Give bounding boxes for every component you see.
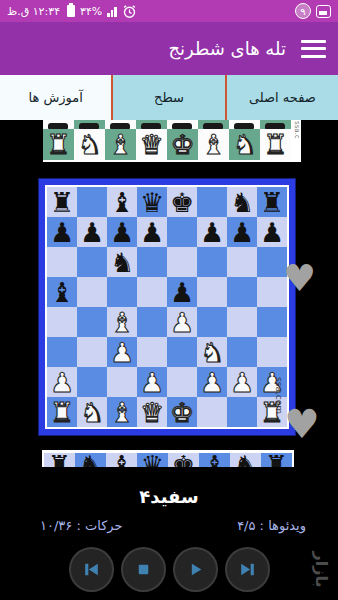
square-d1: ♛ (137, 397, 167, 427)
skip-previous-icon (82, 560, 101, 579)
battery-icon (67, 5, 75, 17)
cut-square (105, 120, 136, 129)
square-e2 (167, 367, 197, 397)
square-a5: ♝ (47, 277, 77, 307)
black-pawn: ♟ (230, 219, 254, 246)
tab-tutorials[interactable]: آموزش ها (0, 75, 113, 120)
battery-percent: ۳۴% (80, 5, 102, 18)
black-pawn: ♟ (170, 279, 194, 306)
white-knight: ♞ (80, 399, 104, 426)
play-button[interactable] (173, 547, 218, 592)
square-d5 (137, 277, 167, 307)
cut-piece-base (110, 123, 130, 129)
square-h8: ♜ (257, 187, 287, 217)
cut-square: ♚ (168, 453, 199, 467)
cut-square (136, 120, 167, 129)
black-knight: ♞ (110, 249, 134, 276)
white-knight: ♞ (200, 339, 224, 366)
black-rook: ♜ (260, 189, 284, 216)
content-area: ♜♞♝♛♚♝♞♜ ssa.c ♥ ♜♝♛♚♞♜♟♟♟♟♟♟♟♞♝♟♝♟♟♞♟♟♟… (0, 120, 338, 600)
square-c5 (107, 277, 137, 307)
square-g7: ♟ (227, 217, 257, 247)
black-knight: ♞ (230, 189, 254, 216)
square-e8: ♚ (167, 187, 197, 217)
white-pawn: ♟ (110, 339, 134, 366)
square-a8: ♜ (47, 187, 77, 217)
square-a6 (47, 247, 77, 277)
cut-square: ♜ (44, 453, 75, 467)
cut-square (43, 120, 74, 129)
video-title: سفید۴ (0, 486, 338, 507)
square-g6 (227, 247, 257, 277)
square-a3 (47, 337, 77, 367)
cut-square: ♜ (261, 453, 292, 467)
square-g4 (227, 307, 257, 337)
cut-piece-base (203, 123, 223, 129)
stop-icon (134, 560, 153, 579)
cut-piece-base (172, 123, 192, 129)
square-g8: ♞ (227, 187, 257, 217)
white-king: ♚ (170, 399, 194, 426)
square-f1 (197, 397, 227, 427)
square-b1: ♞ (77, 397, 107, 427)
square-c4: ♝ (107, 307, 137, 337)
cut-piece-base (265, 123, 285, 129)
cut-square (260, 120, 291, 129)
skip-previous-button[interactable] (69, 547, 114, 592)
black-pawn: ♟ (140, 219, 164, 246)
cut-square: ♝ (106, 453, 137, 467)
square-b6 (77, 247, 107, 277)
square-a7: ♟ (47, 217, 77, 247)
app-screen: ۱۲:۳۴ ق.ظ ۳۴% ۹ تله های شطرنج صفحه اصلیس… (0, 0, 338, 600)
square-g3 (227, 337, 257, 367)
square-e5: ♟ (167, 277, 197, 307)
board-watermark: ssa.com (274, 377, 284, 414)
tab-level[interactable]: سطح (113, 75, 226, 120)
heart-icon[interactable]: ♥ (283, 260, 316, 297)
black-pawn: ♟ (110, 219, 134, 246)
square-f6 (197, 247, 227, 277)
screenshot-icon (316, 5, 331, 18)
skip-next-icon (238, 560, 257, 579)
white-queen: ♛ (140, 399, 164, 426)
cut-square: ♞ (75, 453, 106, 467)
chess-board-grid: ♜♝♛♚♞♜♟♟♟♟♟♟♟♞♝♟♝♟♟♞♟♟♟♟♟♜♞♝♛♚♜ (47, 187, 287, 427)
white-knight: ♞ (232, 131, 256, 158)
black-rook: ♜ (50, 189, 74, 216)
cut-square: ♞ (230, 453, 261, 467)
page-title: تله های شطرنج (168, 38, 286, 59)
status-bar: ۱۲:۳۴ ق.ظ ۳۴% ۹ (0, 0, 338, 22)
square-b4 (77, 307, 107, 337)
black-pawn: ♟ (260, 219, 284, 246)
white-knight: ♞ (77, 131, 101, 158)
alarm-icon (122, 4, 137, 19)
square-b2 (77, 367, 107, 397)
square-a2: ♟ (47, 367, 77, 397)
black-bishop-top: ♝ (106, 453, 137, 467)
square-e1: ♚ (167, 397, 197, 427)
black-rook-top: ♜ (44, 453, 75, 467)
stop-button[interactable] (121, 547, 166, 592)
black-knight-top: ♞ (75, 453, 106, 467)
white-pawn: ♟ (170, 309, 194, 336)
cut-square (167, 120, 198, 129)
black-bishop: ♝ (110, 189, 134, 216)
top-board-watermark: ssa.c (293, 121, 301, 139)
cut-piece-base (79, 123, 99, 129)
square-e7 (167, 217, 197, 247)
signal-icon (107, 6, 117, 17)
square-b7: ♟ (77, 217, 107, 247)
white-rook: ♜ (263, 131, 287, 158)
white-king: ♚ (170, 131, 194, 158)
black-bishop-top: ♝ (199, 453, 230, 467)
square-b8 (77, 187, 107, 217)
cut-piece-base (141, 123, 161, 129)
white-bishop: ♝ (110, 399, 134, 426)
black-knight-top: ♞ (230, 453, 261, 467)
media-controls (0, 547, 338, 592)
skip-next-button[interactable] (225, 547, 270, 592)
next-board-thumbnail[interactable]: ♜♞♝♛♚♝♞♜ (42, 450, 294, 467)
white-rook: ♜ (46, 131, 70, 158)
square-a4 (47, 307, 77, 337)
white-pawn: ♟ (140, 369, 164, 396)
tab-home[interactable]: صفحه اصلی (227, 75, 338, 120)
square-g5 (227, 277, 257, 307)
green-square: ♚ (167, 129, 198, 160)
black-pawn: ♟ (200, 219, 224, 246)
status-right-cluster: ۹ (295, 3, 331, 19)
square-f5 (197, 277, 227, 307)
next-board-cut-rank: ♜♞♝♛♚♝♞♜ (44, 453, 292, 467)
menu-button[interactable] (301, 40, 326, 58)
notification-badge: ۹ (295, 3, 311, 19)
square-d6 (137, 247, 167, 277)
black-rook-top: ♜ (261, 453, 292, 467)
square-f8 (197, 187, 227, 217)
green-square: ♛ (136, 129, 167, 160)
square-c2 (107, 367, 137, 397)
black-pawn: ♟ (50, 219, 74, 246)
square-e3 (167, 337, 197, 367)
square-a1: ♜ (47, 397, 77, 427)
moves-count: حرکات : ۱۰/۳۶ (40, 518, 123, 533)
square-f3: ♞ (197, 337, 227, 367)
black-king-top: ♚ (168, 453, 199, 467)
white-bishop: ♝ (110, 309, 134, 336)
cut-square (198, 120, 229, 129)
tab-bar: صفحه اصلیسطحآموزش ها (0, 75, 338, 120)
black-pawn: ♟ (80, 219, 104, 246)
previous-board-thumbnail[interactable]: ♜♞♝♛♚♝♞♜ ssa.c (43, 120, 301, 162)
videos-count: ویدئوها : ۴/۵ (237, 518, 306, 533)
cut-square: ♛ (137, 453, 168, 467)
square-b3 (77, 337, 107, 367)
cut-piece-base (48, 123, 68, 129)
top-board-cut-row (43, 120, 291, 129)
white-rook: ♜ (50, 399, 74, 426)
play-icon (186, 560, 205, 579)
square-f4 (197, 307, 227, 337)
square-c1: ♝ (107, 397, 137, 427)
clock-time: ۱۲:۳۴ ق.ظ (7, 5, 60, 18)
cut-square (229, 120, 260, 129)
square-h7: ♟ (257, 217, 287, 247)
top-board-back-rank: ♜♞♝♛♚♝♞♜ (43, 129, 291, 160)
green-square: ♜ (43, 129, 74, 160)
cut-square (74, 120, 105, 129)
green-square: ♞ (74, 129, 105, 160)
square-c6: ♞ (107, 247, 137, 277)
square-c7: ♟ (107, 217, 137, 247)
square-f2: ♟ (197, 367, 227, 397)
square-c8: ♝ (107, 187, 137, 217)
white-queen: ♛ (139, 131, 163, 158)
square-d3 (137, 337, 167, 367)
white-bishop: ♝ (201, 131, 225, 158)
square-d8: ♛ (137, 187, 167, 217)
square-d7: ♟ (137, 217, 167, 247)
black-bishop: ♝ (50, 279, 74, 306)
white-pawn: ♟ (50, 369, 74, 396)
app-bar: تله های شطرنج (0, 22, 338, 75)
black-king: ♚ (170, 189, 194, 216)
white-bishop: ♝ (108, 131, 132, 158)
square-d4 (137, 307, 167, 337)
square-f7: ♟ (197, 217, 227, 247)
square-e4: ♟ (167, 307, 197, 337)
video-stats: حرکات : ۱۰/۳۶ ویدئوها : ۴/۵ (0, 518, 338, 533)
main-board[interactable]: ♜♝♛♚♞♜♟♟♟♟♟♟♟♞♝♟♝♟♟♞♟♟♟♟♟♜♞♝♛♚♜ ssa.com (39, 179, 295, 435)
black-queen-top: ♛ (137, 453, 168, 467)
square-e6 (167, 247, 197, 277)
square-h4 (257, 307, 287, 337)
green-square: ♝ (198, 129, 229, 160)
square-h3 (257, 337, 287, 367)
cut-square: ♝ (199, 453, 230, 467)
green-square: ♞ (229, 129, 260, 160)
black-queen: ♛ (140, 189, 164, 216)
square-g1 (227, 397, 257, 427)
green-square: ♜ (260, 129, 291, 160)
green-square: ♝ (105, 129, 136, 160)
square-g2: ♟ (227, 367, 257, 397)
square-b5 (77, 277, 107, 307)
white-pawn: ♟ (230, 369, 254, 396)
store-watermark: بازار (312, 546, 331, 594)
square-c3: ♟ (107, 337, 137, 367)
white-pawn: ♟ (200, 369, 224, 396)
status-left-cluster: ۱۲:۳۴ ق.ظ ۳۴% (7, 4, 137, 19)
cut-piece-base (234, 123, 254, 129)
heart-icon[interactable]: ♥ (284, 404, 320, 444)
square-d2: ♟ (137, 367, 167, 397)
